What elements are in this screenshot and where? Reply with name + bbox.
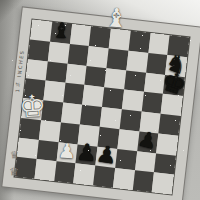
square-a8[interactable] <box>30 20 52 42</box>
square-c8[interactable] <box>69 24 91 46</box>
square-f5[interactable] <box>122 90 144 112</box>
frame-side-text: 1¾ INCHES <box>14 49 25 92</box>
square-a7[interactable] <box>28 39 50 61</box>
square-d5[interactable] <box>82 85 104 107</box>
square-c6[interactable] <box>65 63 87 85</box>
square-f4[interactable] <box>119 109 141 131</box>
square-e1[interactable] <box>93 166 115 188</box>
black-bishop-b8[interactable]: ♝ <box>51 20 71 42</box>
square-a6[interactable] <box>26 59 48 81</box>
square-h4[interactable] <box>159 114 181 136</box>
white-pawn-c2[interactable]: ♟ <box>58 141 77 162</box>
square-e4[interactable] <box>100 107 122 129</box>
corner-crown-emblem: ♛ <box>10 150 19 160</box>
square-a2[interactable] <box>17 137 39 159</box>
square-c7[interactable] <box>67 44 89 66</box>
square-e5[interactable] <box>102 87 124 109</box>
square-h3[interactable] <box>156 133 178 155</box>
square-b1[interactable] <box>34 159 56 181</box>
square-g5[interactable] <box>141 92 163 114</box>
square-g8[interactable] <box>148 33 170 55</box>
dust-speckles <box>0 0 1 1</box>
square-c1[interactable] <box>54 161 76 183</box>
square-f7[interactable] <box>126 50 148 72</box>
photo-stage: 1¾ INCHES ♛ ♛ ♚♟♝♞♚♟♟♟ ♝ <box>0 0 200 200</box>
square-d7[interactable] <box>87 46 109 68</box>
square-d4[interactable] <box>80 105 102 127</box>
square-c5[interactable] <box>63 83 85 105</box>
square-c4[interactable] <box>61 103 83 125</box>
square-e7[interactable] <box>106 48 128 70</box>
square-b6[interactable] <box>45 61 67 83</box>
white-king-a4[interactable]: ♚ <box>18 91 47 123</box>
square-e6[interactable] <box>104 68 126 90</box>
square-f6[interactable] <box>124 70 146 92</box>
corner-crown-emblem: ♛ <box>9 166 19 177</box>
black-pawn-e2[interactable]: ♟ <box>95 142 119 168</box>
square-d1[interactable] <box>73 164 95 186</box>
board-frame: 1¾ INCHES ♛ ♛ ♚♟♝♞♚♟♟♟ ♝ <box>2 7 200 200</box>
square-b7[interactable] <box>48 41 70 63</box>
square-f1[interactable] <box>113 168 135 190</box>
square-d6[interactable] <box>85 66 107 88</box>
square-h2[interactable] <box>154 153 176 175</box>
white-bishop-offboard[interactable]: ♝ <box>103 4 128 31</box>
square-g1[interactable] <box>132 170 154 192</box>
square-b2[interactable] <box>36 140 58 162</box>
square-h1[interactable] <box>152 173 174 195</box>
square-b5[interactable] <box>43 81 65 103</box>
square-f2[interactable] <box>115 148 137 170</box>
square-f8[interactable] <box>128 31 150 53</box>
